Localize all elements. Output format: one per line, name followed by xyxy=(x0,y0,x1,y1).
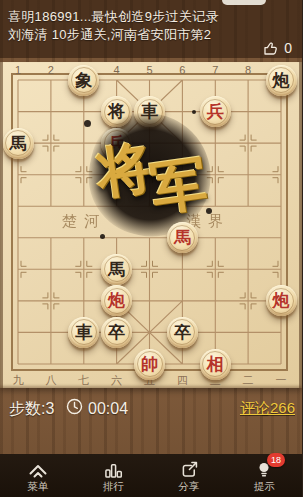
file-label-top: 7 xyxy=(205,64,225,76)
timer: 00:04 xyxy=(66,398,128,419)
file-label-top: 6 xyxy=(172,64,192,76)
nav-label: 排行 xyxy=(103,481,124,492)
piece-red-馬[interactable]: 馬 xyxy=(167,222,198,253)
piece-glyph: 車 xyxy=(141,103,158,120)
bottom-nav-bar: 菜单排行分享提示18 xyxy=(0,454,302,497)
file-label-bottom: 二 xyxy=(238,373,258,388)
thumbs-up-icon xyxy=(263,41,279,56)
piece-glyph: 帥 xyxy=(141,356,158,373)
file-label-top: 1 xyxy=(8,64,28,76)
piece-black-馬[interactable]: 馬 xyxy=(101,254,132,285)
like-count: 0 xyxy=(284,40,292,56)
file-label-bottom: 四 xyxy=(172,373,192,388)
menu-up-icon xyxy=(27,460,49,480)
file-label-top: 4 xyxy=(107,64,127,76)
comments-link[interactable]: 评论266 xyxy=(240,399,295,418)
piece-black-車[interactable]: 車 xyxy=(134,96,165,127)
piece-black-炮[interactable]: 炮 xyxy=(266,65,297,96)
file-label-top: 8 xyxy=(238,64,258,76)
piece-glyph: 兵 xyxy=(108,135,125,152)
hint-count-badge: 18 xyxy=(267,453,285,467)
share-icon xyxy=(179,460,199,480)
file-label-bottom: 八 xyxy=(41,373,61,388)
elapsed-time: 00:04 xyxy=(88,400,128,418)
piece-black-卒[interactable]: 卒 xyxy=(101,317,132,348)
piece-red-兵[interactable]: 兵 xyxy=(101,128,132,159)
nav-item-排行[interactable]: 排行 xyxy=(76,454,152,497)
record-ticker-header: 喜明186991...最快创造9步过关记录 刘海清 10步通关,河南省安阳市第2… xyxy=(0,0,302,58)
piece-glyph: 卒 xyxy=(108,324,125,341)
piece-black-車[interactable]: 車 xyxy=(68,317,99,348)
piece-glyph: 馬 xyxy=(108,261,125,278)
clock-icon xyxy=(66,398,83,419)
piece-glyph: 象 xyxy=(75,72,92,89)
piece-black-馬[interactable]: 馬 xyxy=(3,128,34,159)
nav-label: 分享 xyxy=(178,481,199,492)
nav-item-分享[interactable]: 分享 xyxy=(151,454,227,497)
piece-glyph: 相 xyxy=(207,356,224,373)
file-label-bottom: 一 xyxy=(271,373,291,388)
xiangqi-board[interactable]: 将 军 123456789九八七六五四三二一楚河漢界象炮将車兵馬兵馬馬炮炮車卒卒… xyxy=(0,62,302,388)
piece-glyph: 将 xyxy=(108,103,125,120)
file-label-top: 2 xyxy=(41,64,61,76)
piece-red-相[interactable]: 相 xyxy=(200,349,231,380)
nav-item-提示[interactable]: 提示18 xyxy=(227,454,303,497)
piece-red-帥[interactable]: 帥 xyxy=(134,349,165,380)
record-line-1: 喜明186991...最快创造9步过关记录 xyxy=(8,8,278,26)
piece-glyph: 兵 xyxy=(207,103,224,120)
piece-glyph: 卒 xyxy=(174,324,191,341)
xiangqi-app-screen: 喜明186991...最快创造9步过关记录 刘海清 10步通关,河南省安阳市第2… xyxy=(0,0,302,497)
piece-black-象[interactable]: 象 xyxy=(68,65,99,96)
piece-glyph: 馬 xyxy=(10,135,27,152)
ranking-chart-icon xyxy=(103,460,124,480)
piece-glyph: 馬 xyxy=(174,229,191,246)
move-counter: 步数:3 xyxy=(9,399,54,420)
file-label-top: 5 xyxy=(140,64,160,76)
status-bar: 步数:3 00:04 评论266 xyxy=(0,388,302,454)
ticker-scroll-fragment xyxy=(222,0,266,5)
record-line-2: 刘海清 10步通关,河南省安阳市第2 xyxy=(8,26,278,44)
piece-black-卒[interactable]: 卒 xyxy=(167,317,198,348)
piece-glyph: 車 xyxy=(75,324,92,341)
piece-glyph: 炮 xyxy=(273,72,290,89)
piece-glyph: 炮 xyxy=(108,292,125,309)
file-label-bottom: 七 xyxy=(74,373,94,388)
piece-black-将[interactable]: 将 xyxy=(101,96,132,127)
river-left-label: 楚河 xyxy=(62,212,106,231)
piece-red-炮[interactable]: 炮 xyxy=(266,285,297,316)
file-label-bottom: 六 xyxy=(107,373,127,388)
nav-label: 提示 xyxy=(254,481,275,492)
piece-red-兵[interactable]: 兵 xyxy=(200,96,231,127)
nav-item-菜单[interactable]: 菜单 xyxy=(0,454,76,497)
file-label-bottom: 九 xyxy=(8,373,28,388)
nav-label: 菜单 xyxy=(27,481,48,492)
like-button[interactable]: 0 xyxy=(263,40,292,56)
piece-glyph: 炮 xyxy=(273,292,290,309)
